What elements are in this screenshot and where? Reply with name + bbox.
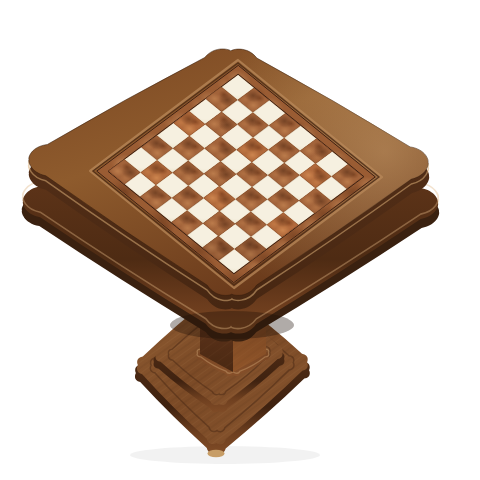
- base-foot: [208, 450, 225, 458]
- chess-table-photo: [0, 0, 480, 480]
- apron-shadow: [170, 311, 294, 339]
